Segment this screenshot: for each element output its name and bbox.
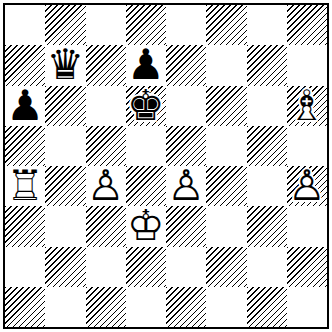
square-f2[interactable] <box>206 247 246 287</box>
square-a3[interactable] <box>5 206 45 246</box>
square-c2[interactable] <box>86 247 126 287</box>
square-f6[interactable] <box>206 86 246 126</box>
square-b3[interactable] <box>45 206 85 246</box>
square-g6[interactable] <box>247 86 287 126</box>
square-g2[interactable] <box>247 247 287 287</box>
square-b2[interactable] <box>45 247 85 287</box>
black-pawn-icon: ♟ <box>5 86 45 126</box>
square-d6[interactable]: ♚ <box>126 86 166 126</box>
square-g3[interactable] <box>247 206 287 246</box>
square-e5[interactable] <box>166 126 206 166</box>
square-a1[interactable] <box>5 287 45 327</box>
square-d1[interactable] <box>126 287 166 327</box>
square-d5[interactable] <box>126 126 166 166</box>
square-a2[interactable] <box>5 247 45 287</box>
square-d4[interactable] <box>126 166 166 206</box>
square-e7[interactable] <box>166 45 206 85</box>
square-f8[interactable] <box>206 5 246 45</box>
square-c7[interactable] <box>86 45 126 85</box>
square-h5[interactable] <box>287 126 327 166</box>
square-d3[interactable]: ♚♔ <box>126 206 166 246</box>
square-h7[interactable] <box>287 45 327 85</box>
square-e1[interactable] <box>166 287 206 327</box>
square-c8[interactable] <box>86 5 126 45</box>
square-d8[interactable] <box>126 5 166 45</box>
black-king[interactable]: ♚ <box>126 86 166 126</box>
square-a7[interactable] <box>5 45 45 85</box>
white-pawn-icon: ♙ <box>287 166 327 206</box>
square-f4[interactable] <box>206 166 246 206</box>
white-rook-icon: ♖ <box>5 166 45 206</box>
square-f7[interactable] <box>206 45 246 85</box>
square-b8[interactable] <box>45 5 85 45</box>
square-b5[interactable] <box>45 126 85 166</box>
square-d2[interactable] <box>126 247 166 287</box>
square-e3[interactable] <box>166 206 206 246</box>
square-f5[interactable] <box>206 126 246 166</box>
square-c3[interactable] <box>86 206 126 246</box>
square-a6[interactable]: ♟ <box>5 86 45 126</box>
square-h3[interactable] <box>287 206 327 246</box>
square-h6[interactable]: ♝♗ <box>287 86 327 126</box>
white-pawn-icon: ♙ <box>166 166 206 206</box>
square-b4[interactable] <box>45 166 85 206</box>
square-h1[interactable] <box>287 287 327 327</box>
white-king-icon: ♔ <box>126 206 166 246</box>
white-bishop-icon: ♗ <box>287 86 327 126</box>
square-a5[interactable] <box>5 126 45 166</box>
square-e6[interactable] <box>166 86 206 126</box>
black-king-icon: ♚ <box>126 86 166 126</box>
white-rook[interactable]: ♜♖ <box>5 166 45 206</box>
square-g4[interactable] <box>247 166 287 206</box>
square-e2[interactable] <box>166 247 206 287</box>
square-g1[interactable] <box>247 287 287 327</box>
square-a8[interactable] <box>5 5 45 45</box>
square-h4[interactable]: ♟♙ <box>287 166 327 206</box>
square-d7[interactable]: ♟ <box>126 45 166 85</box>
black-pawn[interactable]: ♟ <box>5 86 45 126</box>
square-g7[interactable] <box>247 45 287 85</box>
square-f1[interactable] <box>206 287 246 327</box>
white-pawn[interactable]: ♟♙ <box>86 166 126 206</box>
white-bishop[interactable]: ♝♗ <box>287 86 327 126</box>
square-f3[interactable] <box>206 206 246 246</box>
square-b6[interactable] <box>45 86 85 126</box>
square-c4[interactable]: ♟♙ <box>86 166 126 206</box>
square-a4[interactable]: ♜♖ <box>5 166 45 206</box>
black-queen-icon: ♛ <box>45 45 85 85</box>
square-h2[interactable] <box>287 247 327 287</box>
square-e8[interactable] <box>166 5 206 45</box>
white-pawn[interactable]: ♟♙ <box>287 166 327 206</box>
white-pawn-icon: ♙ <box>86 166 126 206</box>
square-h8[interactable] <box>287 5 327 45</box>
black-pawn[interactable]: ♟ <box>126 45 166 85</box>
square-g5[interactable] <box>247 126 287 166</box>
black-queen[interactable]: ♛ <box>45 45 85 85</box>
square-b1[interactable] <box>45 287 85 327</box>
square-g8[interactable] <box>247 5 287 45</box>
chess-board: ♛♟♟♚♝♗♜♖♟♙♟♙♟♙♚♔ <box>3 3 329 329</box>
black-pawn-icon: ♟ <box>126 45 166 85</box>
white-pawn[interactable]: ♟♙ <box>166 166 206 206</box>
square-e4[interactable]: ♟♙ <box>166 166 206 206</box>
chess-diagram: ♛♟♟♚♝♗♜♖♟♙♟♙♟♙♚♔ <box>0 0 332 332</box>
square-b7[interactable]: ♛ <box>45 45 85 85</box>
square-c6[interactable] <box>86 86 126 126</box>
square-c1[interactable] <box>86 287 126 327</box>
white-king[interactable]: ♚♔ <box>126 206 166 246</box>
square-c5[interactable] <box>86 126 126 166</box>
